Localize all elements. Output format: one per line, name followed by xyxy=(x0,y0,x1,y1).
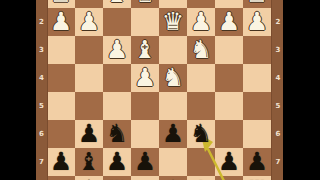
piece-bP-a7[interactable]: ♟ xyxy=(243,148,271,176)
square-c2[interactable]: ♟ xyxy=(187,8,215,36)
video-frame: ♜♝♚♜♟♟♛♟♟♟♟♝♞♟♞♟♞♟♞♟♝♟♟♟♟♚♜♛♝♜ 12345678 … xyxy=(0,0,320,180)
piece-bN-c6[interactable]: ♞ xyxy=(187,120,215,148)
piece-wP-a2[interactable]: ♟ xyxy=(243,8,271,36)
square-c3[interactable]: ♞ xyxy=(187,36,215,64)
rank-label-3: 3 xyxy=(36,36,47,64)
rank-label-2: 2 xyxy=(36,8,47,36)
piece-wP-b2[interactable]: ♟ xyxy=(215,8,243,36)
piece-wB-f1[interactable]: ♝ xyxy=(103,0,131,8)
piece-bK-g8[interactable]: ♚ xyxy=(75,176,103,180)
square-b2[interactable]: ♟ xyxy=(215,8,243,36)
square-d6[interactable]: ♟ xyxy=(159,120,187,148)
piece-bP-g6[interactable]: ♟ xyxy=(75,120,103,148)
piece-bP-h7[interactable]: ♟ xyxy=(47,148,75,176)
piece-wQ-d2[interactable]: ♛ xyxy=(159,8,187,36)
square-h7[interactable]: ♟ xyxy=(47,148,75,176)
rank-label-7: 7 xyxy=(36,148,47,176)
piece-bR-a8[interactable]: ♜ xyxy=(243,176,271,180)
chess-board: ♜♝♚♜♟♟♛♟♟♟♟♝♞♟♞♟♞♟♞♟♝♟♟♟♟♚♜♛♝♜ xyxy=(47,0,271,180)
square-f6[interactable]: ♞ xyxy=(103,120,131,148)
square-g7[interactable]: ♝ xyxy=(75,148,103,176)
square-h2[interactable]: ♟ xyxy=(47,8,75,36)
piece-wK-e1[interactable]: ♚ xyxy=(131,0,159,8)
letterbox-left xyxy=(0,0,36,180)
piece-bP-f7[interactable]: ♟ xyxy=(103,148,131,176)
square-g8[interactable]: ♚ xyxy=(75,176,103,180)
square-d4[interactable]: ♞ xyxy=(159,64,187,92)
piece-wB-e3[interactable]: ♝ xyxy=(131,36,159,64)
square-e1[interactable]: ♚ xyxy=(131,0,159,8)
piece-wP-g2[interactable]: ♟ xyxy=(75,8,103,36)
piece-bP-e7[interactable]: ♟ xyxy=(131,148,159,176)
square-g2[interactable]: ♟ xyxy=(75,8,103,36)
square-f8[interactable]: ♜ xyxy=(103,176,131,180)
square-e4[interactable]: ♟ xyxy=(131,64,159,92)
piece-wP-h2[interactable]: ♟ xyxy=(47,8,75,36)
square-d2[interactable]: ♛ xyxy=(159,8,187,36)
square-f1[interactable]: ♝ xyxy=(103,0,131,8)
piece-wP-f3[interactable]: ♟ xyxy=(103,36,131,64)
piece-bP-d6[interactable]: ♟ xyxy=(159,120,187,148)
piece-bQ-d8[interactable]: ♛ xyxy=(159,176,187,180)
rank-label-5: 5 xyxy=(36,92,47,120)
square-f3[interactable]: ♟ xyxy=(103,36,131,64)
square-a8[interactable]: ♜ xyxy=(243,176,271,180)
rank-label-8: 8 xyxy=(36,176,47,180)
square-a2[interactable]: ♟ xyxy=(243,8,271,36)
piece-wN-d4[interactable]: ♞ xyxy=(159,64,187,92)
square-a7[interactable]: ♟ xyxy=(243,148,271,176)
piece-bP-b7[interactable]: ♟ xyxy=(215,148,243,176)
piece-bB-g7[interactable]: ♝ xyxy=(75,148,103,176)
rank-label-4: 4 xyxy=(36,64,47,92)
square-d8[interactable]: ♛ xyxy=(159,176,187,180)
letterbox-right xyxy=(283,0,320,180)
piece-bB-c8[interactable]: ♝ xyxy=(187,176,215,180)
piece-wN-c3[interactable]: ♞ xyxy=(187,36,215,64)
rank-label-6: 6 xyxy=(36,120,47,148)
square-f7[interactable]: ♟ xyxy=(103,148,131,176)
square-c8[interactable]: ♝ xyxy=(187,176,215,180)
rank-label-1: 1 xyxy=(36,0,47,8)
square-c6[interactable]: ♞ xyxy=(187,120,215,148)
square-b7[interactable]: ♟ xyxy=(215,148,243,176)
piece-wP-c2[interactable]: ♟ xyxy=(187,8,215,36)
square-e7[interactable]: ♟ xyxy=(131,148,159,176)
square-e3[interactable]: ♝ xyxy=(131,36,159,64)
piece-bR-f8[interactable]: ♜ xyxy=(103,176,131,180)
piece-wP-e4[interactable]: ♟ xyxy=(131,64,159,92)
square-g6[interactable]: ♟ xyxy=(75,120,103,148)
piece-bN-f6[interactable]: ♞ xyxy=(103,120,131,148)
